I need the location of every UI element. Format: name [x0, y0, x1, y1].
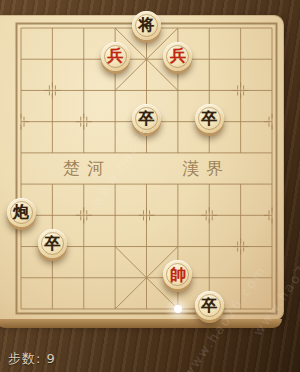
piece-glyph: 卒	[44, 235, 60, 251]
piece-black-soldier[interactable]: 卒	[195, 104, 224, 133]
piece-black-soldier[interactable]: 卒	[38, 229, 67, 258]
board-panel	[0, 15, 284, 321]
piece-glyph: 卒	[139, 110, 155, 126]
piece-glyph: 兵	[170, 48, 186, 64]
piece-glyph: 卒	[201, 297, 217, 313]
river-label-chu: 楚河	[63, 157, 111, 180]
piece-glyph: 卒	[201, 110, 217, 126]
piece-glyph: 帥	[170, 266, 186, 282]
piece-black-soldier[interactable]: 卒	[132, 104, 161, 133]
step-counter: 步数: 9	[8, 350, 56, 368]
piece-red-soldier[interactable]: 兵	[163, 42, 192, 71]
piece-black-cannon[interactable]: 炮	[7, 198, 36, 227]
piece-glyph: 兵	[107, 48, 123, 64]
game-screen: 楚河 漢界 将兵兵卒卒炮卒帥卒 www.hao76.com www.hao76.…	[0, 0, 300, 372]
piece-glyph: 炮	[13, 204, 29, 220]
last-move-marker	[174, 305, 182, 313]
piece-red-soldier[interactable]: 兵	[101, 42, 130, 71]
piece-glyph: 将	[139, 17, 155, 33]
river-label-han: 漢界	[182, 157, 230, 180]
piece-black-general[interactable]: 将	[132, 11, 161, 40]
